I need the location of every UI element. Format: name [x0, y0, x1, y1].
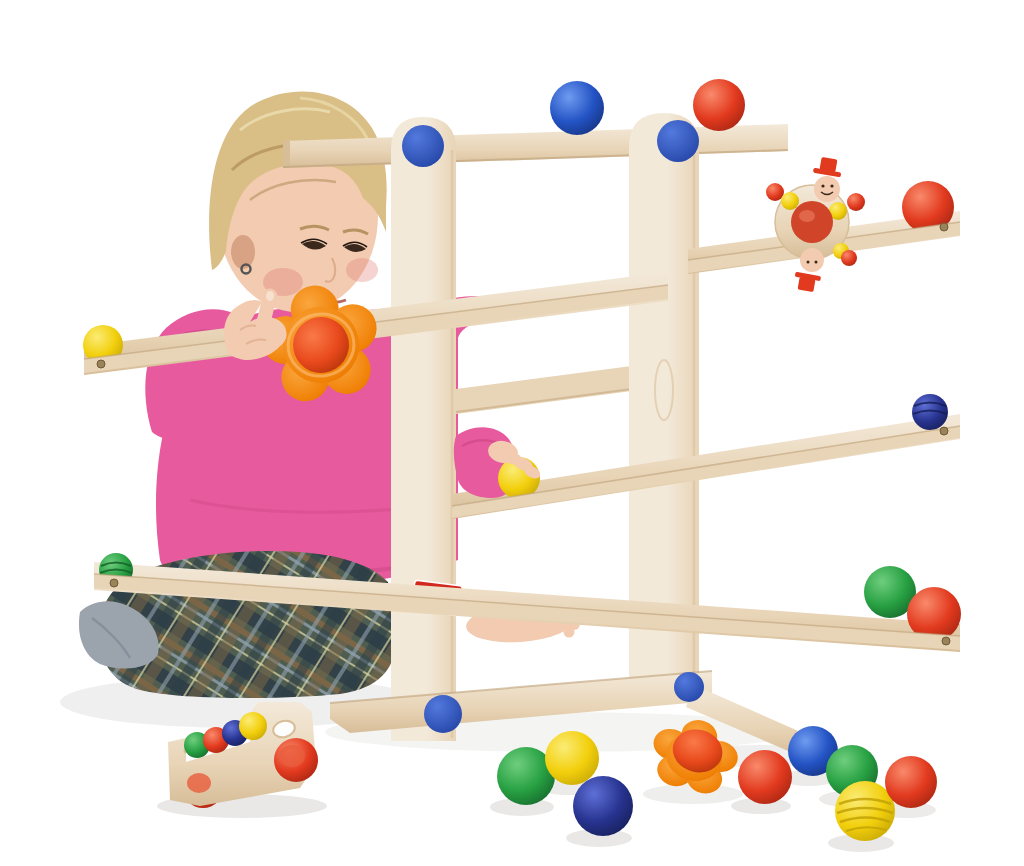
child-ear: [231, 235, 255, 269]
screw: [942, 637, 950, 645]
screenshot-root: ♞ ♞ ♞ TRIHORSE.EU: [0, 0, 1024, 866]
clown-head-top: [813, 156, 844, 202]
clown-wheel-figure: [766, 156, 865, 293]
screw: [940, 427, 948, 435]
ramp-upper-right: [688, 156, 960, 293]
floor-ball-red-2: [885, 756, 937, 808]
blue-cap-bolt: [402, 125, 444, 167]
floor-ball-yellow: [545, 731, 599, 785]
top-rail-end-face: [283, 141, 290, 168]
left-post: [391, 117, 456, 741]
wheel-face-highlight: [279, 745, 305, 767]
floor-ball-red: [738, 750, 792, 804]
frame-posts: [391, 113, 699, 741]
cheek-blush-right: [346, 258, 378, 282]
red-ball-top-rail: [693, 79, 745, 131]
clown-arm-bead-red: [847, 193, 865, 211]
clown-arm-bead-yellow: [781, 192, 799, 210]
clown-arm-bead-red: [766, 183, 784, 201]
blue-ball-top-rail: [550, 81, 604, 135]
screw: [97, 360, 105, 368]
car-bead-yellow: [239, 712, 267, 740]
floor-ball-dark-blue: [573, 776, 633, 836]
hub-highlight: [799, 210, 815, 222]
child-head: [209, 91, 387, 312]
fingernail: [266, 291, 274, 301]
ramp-middle-right: [452, 394, 960, 519]
blue-cap-bolt: [424, 695, 462, 733]
clown-wheel-hub: [791, 201, 833, 243]
wheel-face-highlight: [187, 773, 211, 793]
blue-cap-bolt: [657, 120, 699, 162]
screw: [940, 223, 948, 231]
toy-photo-scene: ♞ ♞ ♞ TRIHORSE.EU: [0, 0, 1024, 866]
clown-arm-bead-red: [841, 250, 857, 266]
screw: [110, 579, 118, 587]
blue-cap-bolt: [674, 672, 704, 702]
